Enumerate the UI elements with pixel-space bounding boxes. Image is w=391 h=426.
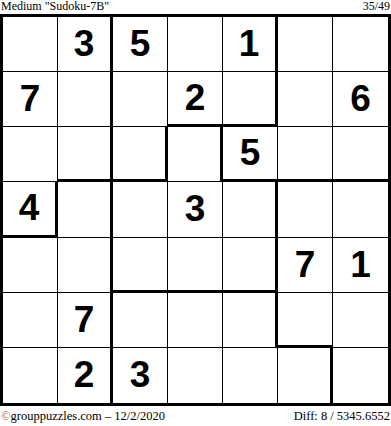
cell-r1c3: 5 — [113, 17, 168, 72]
cell-r5c5 — [223, 238, 278, 293]
cell-r7c1 — [3, 348, 58, 403]
cell-r1c1 — [3, 17, 58, 72]
cell-r6c3 — [113, 293, 168, 348]
cell-r1c7 — [333, 17, 388, 72]
cell-r5c3 — [113, 238, 168, 293]
cell-r6c4 — [168, 293, 223, 348]
copyright-icon: © — [1, 409, 11, 424]
remaining-counter: 35/49 — [363, 0, 390, 13]
cell-r3c7 — [333, 127, 388, 182]
cell-r7c3: 3 — [113, 348, 168, 403]
cell-r2c1: 7 — [3, 72, 58, 127]
cell-r1c2: 3 — [58, 17, 113, 72]
cell-r4c5 — [223, 182, 278, 237]
cell-r2c5 — [223, 72, 278, 127]
cell-r5c4 — [168, 238, 223, 293]
cell-r4c4: 3 — [168, 182, 223, 237]
cell-r2c2 — [58, 72, 113, 127]
cell-r1c6 — [278, 17, 333, 72]
cell-r3c3 — [113, 127, 168, 182]
cell-r2c6 — [278, 72, 333, 127]
cell-r5c6: 7 — [278, 238, 333, 293]
cell-r5c7: 1 — [333, 238, 388, 293]
footer-credit-line: ©grouppuzzles.com – 12/2/2020 — [1, 409, 165, 424]
difficulty-label: Diff: 8 / 5345.6552 — [294, 409, 390, 424]
cell-r6c5 — [223, 293, 278, 348]
cell-r2c7: 6 — [333, 72, 388, 127]
cell-r2c3 — [113, 72, 168, 127]
cell-r7c6 — [278, 348, 333, 403]
cell-r4c6 — [278, 182, 333, 237]
cell-r1c5: 1 — [223, 17, 278, 72]
cell-r1c4 — [168, 17, 223, 72]
cell-r7c5 — [223, 348, 278, 403]
cell-r6c7 — [333, 293, 388, 348]
cell-r4c7 — [333, 182, 388, 237]
cell-r6c1 — [3, 293, 58, 348]
puzzle-title: Medium "Sudoku-7B" — [1, 0, 109, 13]
cell-r7c4 — [168, 348, 223, 403]
cell-r6c2: 7 — [58, 293, 113, 348]
cell-r7c2: 2 — [58, 348, 113, 403]
cell-r2c4: 2 — [168, 72, 223, 127]
cell-r5c2 — [58, 238, 113, 293]
cell-r3c1 — [3, 127, 58, 182]
cell-r4c3 — [113, 182, 168, 237]
page-footer: ©grouppuzzles.com – 12/2/2020 Diff: 8 / … — [1, 407, 390, 425]
cell-r3c4 — [168, 127, 223, 182]
page-header: Medium "Sudoku-7B" 35/49 — [1, 0, 390, 14]
cell-r7c7 — [333, 348, 388, 403]
cell-r5c1 — [3, 238, 58, 293]
cell-r6c6 — [278, 293, 333, 348]
cell-r3c6 — [278, 127, 333, 182]
sudoku-board: 35172654371723 — [0, 14, 391, 406]
cell-r3c2 — [58, 127, 113, 182]
cell-r3c5: 5 — [223, 127, 278, 182]
cell-r4c2 — [58, 182, 113, 237]
footer-credit: grouppuzzles.com – 12/2/2020 — [11, 409, 166, 424]
cell-r4c1: 4 — [3, 182, 58, 237]
